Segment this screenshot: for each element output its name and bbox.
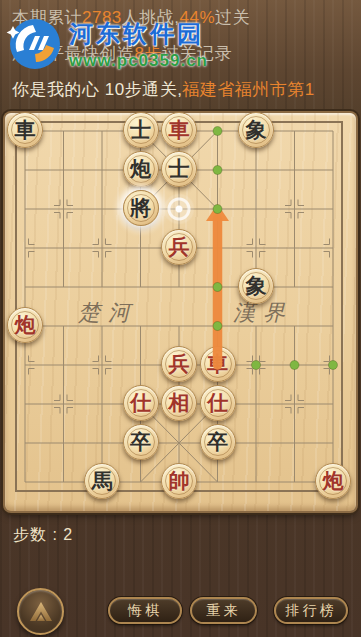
piece-glyph: 炮 [15,311,36,339]
piece-red-仕[interactable]: 仕 [200,385,236,421]
piece-glyph: 帥 [169,467,190,495]
piece-glyph: 車 [169,116,190,144]
piece-glyph: 馬 [92,467,113,495]
piece-red-相[interactable]: 相 [161,385,197,421]
text-segment: 过关记录 [162,44,232,63]
piece-black-士[interactable]: 士 [161,151,197,187]
piece-glyph: 仕 [207,389,228,417]
undo-button[interactable]: 悔棋 [108,597,182,624]
piece-black-士[interactable]: 士 [123,112,159,148]
piece-red-車[interactable]: 車 [200,346,236,382]
leaderboard-button[interactable]: 排行榜 [274,597,348,624]
piece-red-仕[interactable]: 仕 [123,385,159,421]
text-segment: 福建省福州市第1 [182,80,314,99]
piece-red-帥[interactable]: 帥 [161,463,197,499]
piece-glyph: 車 [207,350,228,378]
text-segment: 过关 [215,8,250,27]
piece-glyph: 相 [169,389,190,417]
piece-glyph: 仕 [130,389,151,417]
piece-glyph: 象 [246,116,267,144]
piece-glyph: 炮 [130,155,151,183]
leader-text: 你是我的心 10步通关,福建省福州市第1 [12,81,315,99]
text-segment: 你是我的心 10步通关, [12,80,182,99]
piece-black-象[interactable]: 象 [238,268,274,304]
text-segment: 人挑战, [122,8,180,27]
piece-glyph: 卒 [130,428,151,456]
piece-glyph: 炮 [323,467,344,495]
challenge-stats-text: 本期累计2783人挑战,44%过关 [12,9,250,27]
piece-black-車[interactable]: 車 [7,112,43,148]
text-segment: 本期累计 [12,8,82,27]
step-counter: 步数 : 2 [13,525,73,546]
text-segment: 8步 [135,44,162,63]
restart-button[interactable]: 重来 [190,597,257,624]
text-segment: 44% [180,8,216,27]
piece-black-卒[interactable]: 卒 [123,424,159,460]
piece-black-卒[interactable]: 卒 [200,424,236,460]
menu-button[interactable] [17,588,64,635]
piece-glyph: 車 [15,116,36,144]
record-text: 赵根平最快创造8步过关记录 [12,45,232,63]
piece-glyph: 象 [246,272,267,300]
text-segment: 赵根平最快创造 [12,44,135,63]
text-segment: 2783 [82,8,122,27]
piece-black-馬[interactable]: 馬 [84,463,120,499]
piece-glyph: 兵 [169,233,190,261]
river-label-right: 漢界 [233,300,293,325]
piece-glyph: 將 [130,194,151,222]
xiangqi-board[interactable]: 楚河漢界車士車象炮士將兵象炮兵車仕相仕卒卒馬帥炮 [5,113,356,511]
piece-glyph: 兵 [169,350,190,378]
piece-glyph: 士 [169,155,190,183]
piece-black-將[interactable]: 將 [123,190,159,226]
piece-glyph: 士 [130,116,151,144]
piece-black-象[interactable]: 象 [238,112,274,148]
piece-red-車[interactable]: 車 [161,112,197,148]
chevron-up-icon [26,599,56,625]
piece-black-炮[interactable]: 炮 [123,151,159,187]
piece-red-兵[interactable]: 兵 [161,229,197,265]
app-root: 本期累计2783人挑战,44%过关 赵根平最快创造8步过关记录 你是我的心 10… [0,0,361,637]
river-label-left: 楚河 [78,300,138,325]
piece-red-炮[interactable]: 炮 [315,463,351,499]
piece-red-炮[interactable]: 炮 [7,307,43,343]
piece-glyph: 卒 [207,428,228,456]
piece-red-兵[interactable]: 兵 [161,346,197,382]
